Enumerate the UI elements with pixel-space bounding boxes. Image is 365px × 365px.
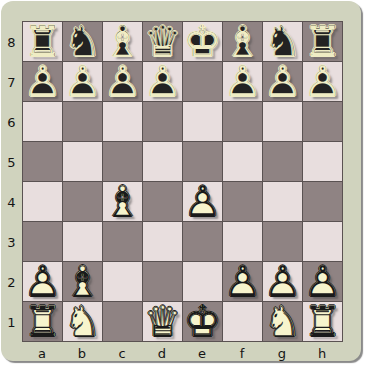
black-king[interactable]: ♚♔ [183, 22, 222, 61]
square-g3[interactable] [263, 222, 302, 261]
white-bishop[interactable]: ♝♗ [103, 182, 142, 221]
piece-glyph-outline: ♙ [263, 62, 302, 101]
square-a8[interactable]: ♜♖ [23, 22, 62, 61]
piece-glyph-fill: ♟ [23, 262, 62, 301]
white-pawn[interactable]: ♟♙ [183, 182, 222, 221]
square-b8[interactable]: ♞♘ [63, 22, 102, 61]
piece-glyph-outline: ♗ [223, 22, 262, 61]
rank-label-1: 1 [1, 302, 22, 342]
white-rook[interactable]: ♜♖ [23, 302, 62, 341]
rank-label-3: 3 [1, 222, 22, 262]
white-pawn[interactable]: ♟♙ [223, 262, 262, 301]
square-c3[interactable] [103, 222, 142, 261]
rank-label-7: 7 [1, 62, 22, 102]
square-e4[interactable]: ♟♙ [183, 182, 222, 221]
black-rook[interactable]: ♜♖ [23, 22, 62, 61]
piece-glyph-fill: ♟ [183, 182, 222, 221]
piece-glyph-fill: ♝ [63, 262, 102, 301]
square-h5[interactable] [303, 142, 342, 181]
square-h8[interactable]: ♜♖ [303, 22, 342, 61]
square-a1[interactable]: ♜♖ [23, 302, 62, 341]
square-h6[interactable] [303, 102, 342, 141]
piece-glyph-outline: ♗ [63, 262, 102, 301]
square-c8[interactable]: ♝♗ [103, 22, 142, 61]
square-e5[interactable] [183, 142, 222, 181]
square-h3[interactable] [303, 222, 342, 261]
black-rook[interactable]: ♜♖ [303, 22, 342, 61]
piece-glyph-outline: ♖ [303, 302, 342, 341]
rank-labels: 87654321 [1, 22, 22, 342]
piece-glyph-fill: ♟ [23, 62, 62, 101]
black-pawn[interactable]: ♟♙ [263, 62, 302, 101]
square-b5[interactable] [63, 142, 102, 181]
square-b4[interactable] [63, 182, 102, 221]
white-queen[interactable]: ♛♕ [143, 302, 182, 341]
square-f2[interactable]: ♟♙ [223, 262, 262, 301]
piece-glyph-fill: ♟ [303, 62, 342, 101]
square-e3[interactable] [183, 222, 222, 261]
square-a2[interactable]: ♟♙ [23, 262, 62, 301]
square-d2[interactable] [143, 262, 182, 301]
black-pawn[interactable]: ♟♙ [303, 62, 342, 101]
piece-glyph-fill: ♝ [103, 22, 142, 61]
rank-label-4: 4 [1, 182, 22, 222]
square-g8[interactable]: ♞♘ [263, 22, 302, 61]
file-label-g: g [262, 343, 302, 364]
square-d5[interactable] [143, 142, 182, 181]
square-h7[interactable]: ♟♙ [303, 62, 342, 101]
file-label-b: b [62, 343, 102, 364]
piece-glyph-outline: ♕ [143, 302, 182, 341]
square-a4[interactable] [23, 182, 62, 221]
piece-glyph-outline: ♕ [143, 22, 182, 61]
square-g2[interactable]: ♟♙ [263, 262, 302, 301]
square-f5[interactable] [223, 142, 262, 181]
piece-glyph-outline: ♙ [103, 62, 142, 101]
piece-glyph-outline: ♙ [143, 62, 182, 101]
square-a3[interactable] [23, 222, 62, 261]
piece-glyph-fill: ♝ [223, 22, 262, 61]
file-label-d: d [142, 343, 182, 364]
piece-glyph-fill: ♟ [103, 62, 142, 101]
white-knight[interactable]: ♞♘ [263, 302, 302, 341]
piece-glyph-outline: ♙ [263, 262, 302, 301]
square-d6[interactable] [143, 102, 182, 141]
black-knight[interactable]: ♞♘ [263, 22, 302, 61]
square-a5[interactable] [23, 142, 62, 181]
white-pawn[interactable]: ♟♙ [303, 262, 342, 301]
square-e7[interactable] [183, 62, 222, 101]
piece-glyph-outline: ♙ [183, 182, 222, 221]
square-b1[interactable]: ♞♘ [63, 302, 102, 341]
square-f7[interactable]: ♟♙ [223, 62, 262, 101]
piece-glyph-fill: ♜ [303, 22, 342, 61]
piece-glyph-fill: ♞ [263, 22, 302, 61]
piece-glyph-outline: ♔ [183, 302, 222, 341]
chess-board: ♜♖♞♘♝♗♛♕♚♔♝♗♞♘♜♖♟♙♟♙♟♙♟♙♟♙♟♙♟♙♝♗♟♙♟♙♝♗♟♙… [22, 21, 343, 342]
file-label-a: a [22, 343, 62, 364]
board-panel: 87654321 abcdefgh ♜♖♞♘♝♗♛♕♚♔♝♗♞♘♜♖♟♙♟♙♟♙… [1, 1, 361, 361]
piece-glyph-fill: ♜ [303, 302, 342, 341]
piece-glyph-fill: ♝ [103, 182, 142, 221]
white-pawn[interactable]: ♟♙ [23, 262, 62, 301]
square-g1[interactable]: ♞♘ [263, 302, 302, 341]
square-h4[interactable] [303, 182, 342, 221]
square-c5[interactable] [103, 142, 142, 181]
piece-glyph-fill: ♚ [183, 302, 222, 341]
piece-glyph-fill: ♛ [143, 302, 182, 341]
square-b6[interactable] [63, 102, 102, 141]
square-e8[interactable]: ♚♔ [183, 22, 222, 61]
white-pawn[interactable]: ♟♙ [263, 262, 302, 301]
black-pawn[interactable]: ♟♙ [63, 62, 102, 101]
square-e1[interactable]: ♚♔ [183, 302, 222, 341]
rank-label-8: 8 [1, 22, 22, 62]
square-a7[interactable]: ♟♙ [23, 62, 62, 101]
piece-glyph-outline: ♘ [63, 302, 102, 341]
piece-glyph-fill: ♟ [263, 62, 302, 101]
piece-glyph-fill: ♟ [63, 62, 102, 101]
piece-glyph-outline: ♘ [263, 302, 302, 341]
piece-glyph-fill: ♚ [183, 22, 222, 61]
piece-glyph-outline: ♖ [303, 22, 342, 61]
square-g5[interactable] [263, 142, 302, 181]
square-f3[interactable] [223, 222, 262, 261]
black-pawn[interactable]: ♟♙ [223, 62, 262, 101]
file-label-e: e [182, 343, 222, 364]
piece-glyph-outline: ♗ [103, 22, 142, 61]
square-f8[interactable]: ♝♗ [223, 22, 262, 61]
square-d4[interactable] [143, 182, 182, 221]
piece-glyph-outline: ♙ [223, 262, 262, 301]
piece-glyph-outline: ♗ [103, 182, 142, 221]
square-e6[interactable] [183, 102, 222, 141]
piece-glyph-outline: ♙ [303, 62, 342, 101]
square-d8[interactable]: ♛♕ [143, 22, 182, 61]
square-b2[interactable]: ♝♗ [63, 262, 102, 301]
square-f1[interactable] [223, 302, 262, 341]
piece-glyph-fill: ♟ [143, 62, 182, 101]
piece-glyph-fill: ♟ [223, 262, 262, 301]
rank-label-5: 5 [1, 142, 22, 182]
piece-glyph-fill: ♞ [263, 302, 302, 341]
piece-glyph-outline: ♘ [63, 22, 102, 61]
black-pawn[interactable]: ♟♙ [143, 62, 182, 101]
rank-label-2: 2 [1, 262, 22, 302]
piece-glyph-outline: ♔ [183, 22, 222, 61]
piece-glyph-outline: ♘ [263, 22, 302, 61]
piece-glyph-fill: ♞ [63, 22, 102, 61]
square-f6[interactable] [223, 102, 262, 141]
file-label-f: f [222, 343, 262, 364]
file-label-c: c [102, 343, 142, 364]
black-bishop[interactable]: ♝♗ [103, 22, 142, 61]
square-b3[interactable] [63, 222, 102, 261]
square-d3[interactable] [143, 222, 182, 261]
piece-glyph-outline: ♙ [23, 62, 62, 101]
file-labels: abcdefgh [22, 343, 342, 364]
black-pawn[interactable]: ♟♙ [23, 62, 62, 101]
square-e2[interactable] [183, 262, 222, 301]
piece-glyph-outline: ♙ [303, 262, 342, 301]
black-knight[interactable]: ♞♘ [63, 22, 102, 61]
square-c4[interactable]: ♝♗ [103, 182, 142, 221]
rank-label-6: 6 [1, 102, 22, 142]
white-knight[interactable]: ♞♘ [63, 302, 102, 341]
square-h1[interactable]: ♜♖ [303, 302, 342, 341]
square-h2[interactable]: ♟♙ [303, 262, 342, 301]
square-b7[interactable]: ♟♙ [63, 62, 102, 101]
piece-glyph-fill: ♟ [303, 262, 342, 301]
piece-glyph-outline: ♖ [23, 302, 62, 341]
white-bishop[interactable]: ♝♗ [63, 262, 102, 301]
piece-glyph-outline: ♖ [23, 22, 62, 61]
square-g6[interactable] [263, 102, 302, 141]
square-c6[interactable] [103, 102, 142, 141]
square-c7[interactable]: ♟♙ [103, 62, 142, 101]
piece-glyph-outline: ♙ [223, 62, 262, 101]
black-queen[interactable]: ♛♕ [143, 22, 182, 61]
piece-glyph-fill: ♛ [143, 22, 182, 61]
black-pawn[interactable]: ♟♙ [103, 62, 142, 101]
piece-glyph-fill: ♜ [23, 22, 62, 61]
piece-glyph-fill: ♜ [23, 302, 62, 341]
piece-glyph-outline: ♙ [23, 262, 62, 301]
square-g4[interactable] [263, 182, 302, 221]
square-d7[interactable]: ♟♙ [143, 62, 182, 101]
square-c2[interactable] [103, 262, 142, 301]
square-f4[interactable] [223, 182, 262, 221]
square-g7[interactable]: ♟♙ [263, 62, 302, 101]
file-label-h: h [302, 343, 342, 364]
piece-glyph-fill: ♟ [263, 262, 302, 301]
piece-glyph-outline: ♙ [63, 62, 102, 101]
square-d1[interactable]: ♛♕ [143, 302, 182, 341]
black-bishop[interactable]: ♝♗ [223, 22, 262, 61]
piece-glyph-fill: ♟ [223, 62, 262, 101]
piece-glyph-fill: ♞ [63, 302, 102, 341]
white-king[interactable]: ♚♔ [183, 302, 222, 341]
white-rook[interactable]: ♜♖ [303, 302, 342, 341]
square-a6[interactable] [23, 102, 62, 141]
square-c1[interactable] [103, 302, 142, 341]
